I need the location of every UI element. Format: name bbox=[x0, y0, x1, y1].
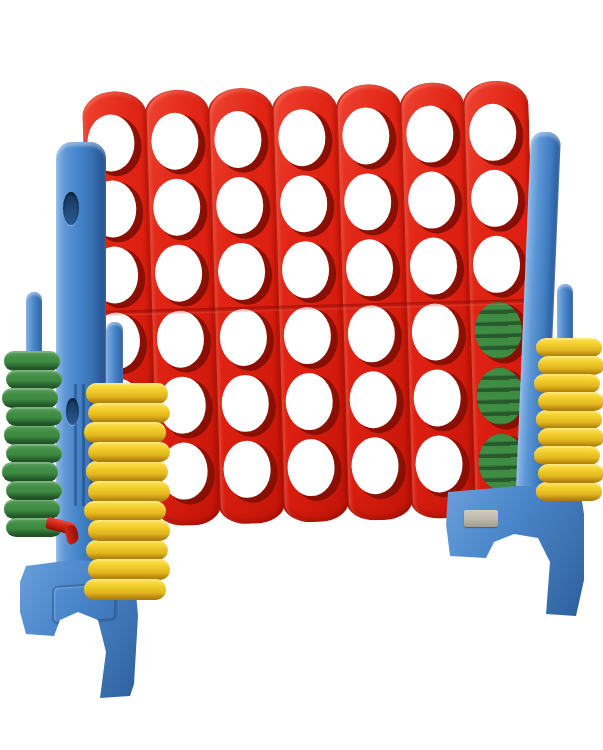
board-cell-r1c4 bbox=[274, 107, 340, 175]
board-cell-r1c3 bbox=[210, 109, 276, 177]
board-cell-r3c2 bbox=[150, 243, 216, 311]
green-disc[interactable] bbox=[2, 388, 58, 408]
board-cell-r5c3 bbox=[217, 373, 283, 441]
board-cell-r6c3 bbox=[219, 439, 285, 507]
board-cell-r2c3 bbox=[212, 175, 278, 243]
board-cell-r3c6 bbox=[405, 236, 471, 304]
yellow-disc[interactable] bbox=[86, 540, 168, 561]
green-disc[interactable] bbox=[2, 462, 58, 482]
disc-stack bbox=[536, 338, 603, 501]
left-leg-lower-hole bbox=[66, 398, 79, 425]
yellow-disc[interactable] bbox=[536, 410, 602, 429]
label-sticker bbox=[464, 510, 498, 527]
yellow-disc[interactable] bbox=[538, 356, 603, 375]
board-cell-r5c4 bbox=[281, 371, 347, 439]
yellow-disc[interactable] bbox=[88, 559, 170, 580]
left-leg-handle-hole bbox=[63, 192, 79, 225]
yellow-disc[interactable] bbox=[84, 501, 166, 522]
board-cell-r1c7 bbox=[465, 102, 531, 170]
board-cell-r2c4 bbox=[276, 173, 342, 241]
yellow-disc[interactable] bbox=[536, 482, 602, 501]
yellow-disc[interactable] bbox=[88, 481, 170, 502]
green-disc[interactable] bbox=[4, 425, 60, 445]
yellow-disc-stack-front-left bbox=[86, 322, 170, 600]
board-cell-r3c4 bbox=[277, 239, 343, 307]
yellow-disc[interactable] bbox=[534, 374, 600, 393]
green-disc[interactable] bbox=[6, 444, 62, 464]
board-cell-r5c6 bbox=[408, 368, 474, 436]
yellow-disc-stack-front-right bbox=[536, 284, 603, 501]
board-cell-r3c3 bbox=[214, 241, 280, 309]
board-cell-r2c2 bbox=[148, 177, 214, 245]
right-foot bbox=[438, 484, 588, 624]
green-disc[interactable] bbox=[6, 407, 62, 427]
yellow-disc[interactable] bbox=[84, 422, 166, 443]
yellow-disc[interactable] bbox=[86, 461, 168, 482]
board-cell-r6c4 bbox=[283, 437, 349, 505]
green-disc[interactable] bbox=[4, 351, 60, 371]
green-disc[interactable] bbox=[6, 370, 62, 390]
board-cell-r2c5 bbox=[339, 171, 405, 239]
board-cell-r4c3 bbox=[216, 307, 282, 375]
product-photo-scene bbox=[0, 0, 603, 750]
yellow-disc[interactable] bbox=[538, 428, 603, 447]
board-cell-r1c2 bbox=[146, 111, 212, 179]
yellow-disc[interactable] bbox=[534, 446, 600, 465]
board-cell-r2c6 bbox=[403, 170, 469, 238]
board-cell-r1c6 bbox=[401, 104, 467, 172]
yellow-disc[interactable] bbox=[536, 338, 602, 357]
yellow-disc[interactable] bbox=[88, 403, 170, 424]
board-cell-r1c5 bbox=[337, 105, 403, 173]
yellow-disc[interactable] bbox=[88, 442, 170, 463]
green-disc[interactable] bbox=[6, 481, 62, 501]
green-disc-stack-rear-left bbox=[4, 292, 62, 537]
yellow-disc[interactable] bbox=[88, 520, 170, 541]
disc-stack bbox=[4, 351, 62, 537]
board-cell-r2c7 bbox=[467, 168, 533, 236]
disc-stack bbox=[86, 383, 170, 600]
board-cell-r6c5 bbox=[347, 435, 413, 503]
board-cell-r4c6 bbox=[407, 302, 473, 370]
board-cell-r5c5 bbox=[345, 369, 411, 437]
board-cell-r4c5 bbox=[343, 303, 409, 371]
board-cell-r3c5 bbox=[341, 237, 407, 305]
yellow-disc[interactable] bbox=[84, 579, 166, 600]
yellow-disc[interactable] bbox=[86, 383, 168, 404]
board-cell-r4c4 bbox=[279, 305, 345, 373]
release-lever[interactable] bbox=[46, 512, 82, 548]
yellow-disc[interactable] bbox=[538, 392, 603, 411]
yellow-disc[interactable] bbox=[538, 464, 603, 483]
